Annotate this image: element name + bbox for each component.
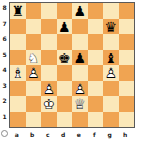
square-d6[interactable]	[57, 34, 73, 50]
square-b8[interactable]	[26, 3, 42, 19]
square-b3[interactable]	[26, 81, 42, 97]
rank-label-6: 6	[0, 33, 9, 49]
square-f8[interactable]	[88, 3, 104, 19]
file-labels: abcdefgh	[9, 131, 133, 139]
piece-white-pawn: ♙	[26, 65, 42, 81]
square-g4[interactable]: ♟♙	[103, 65, 119, 81]
square-d1[interactable]	[57, 112, 73, 128]
piece-black-rook: ♜	[10, 3, 26, 19]
square-c8[interactable]	[41, 3, 57, 19]
square-c2[interactable]: ♚♔	[41, 96, 57, 112]
square-h6[interactable]	[119, 34, 135, 50]
square-a7[interactable]	[10, 19, 26, 35]
square-d2[interactable]	[57, 96, 73, 112]
square-b5[interactable]: ♞♘	[26, 50, 42, 66]
file-label-a: a	[9, 131, 25, 139]
piece-black-pawn: ♟	[72, 3, 88, 19]
chess-board: ♜♟♟♛♞♘♚♟♝♝♗♟♙♟♙♟♙♟♙♚♔♛♕	[9, 2, 135, 128]
square-e7[interactable]	[72, 19, 88, 35]
file-label-g: g	[102, 131, 118, 139]
square-f3[interactable]	[88, 81, 104, 97]
square-h4[interactable]	[119, 65, 135, 81]
square-h8[interactable]	[119, 3, 135, 19]
square-e4[interactable]	[72, 65, 88, 81]
square-e5[interactable]: ♟	[72, 50, 88, 66]
rank-labels: 87654321	[0, 2, 9, 126]
square-d5[interactable]: ♚	[57, 50, 73, 66]
chess-diagram: 87654321 ♜♟♟♛♞♘♚♟♝♝♗♟♙♟♙♟♙♟♙♚♔♛♕ abcdefg…	[0, 0, 142, 142]
square-e6[interactable]	[72, 34, 88, 50]
square-c6[interactable]	[41, 34, 57, 50]
square-d8[interactable]	[57, 3, 73, 19]
square-h1[interactable]	[119, 112, 135, 128]
square-b4[interactable]: ♟♙	[26, 65, 42, 81]
square-c4[interactable]	[41, 65, 57, 81]
rank-label-1: 1	[0, 111, 9, 127]
rank-label-4: 4	[0, 64, 9, 80]
piece-white-king: ♔	[41, 96, 57, 112]
square-e8[interactable]: ♟	[72, 3, 88, 19]
square-b7[interactable]	[26, 19, 42, 35]
square-g1[interactable]	[103, 112, 119, 128]
square-d4[interactable]	[57, 65, 73, 81]
square-c1[interactable]	[41, 112, 57, 128]
square-g5[interactable]: ♝	[103, 50, 119, 66]
square-d7[interactable]: ♟	[57, 19, 73, 35]
square-h2[interactable]	[119, 96, 135, 112]
square-a1[interactable]	[10, 112, 26, 128]
rank-label-3: 3	[0, 80, 9, 96]
square-f5[interactable]	[88, 50, 104, 66]
rank-label-2: 2	[0, 95, 9, 111]
square-c7[interactable]	[41, 19, 57, 35]
piece-black-pawn: ♟	[72, 50, 88, 66]
square-e1[interactable]	[72, 112, 88, 128]
rank-label-5: 5	[0, 49, 9, 65]
piece-black-queen: ♛	[103, 19, 119, 35]
square-f2[interactable]	[88, 96, 104, 112]
square-g6[interactable]	[103, 34, 119, 50]
square-g8[interactable]	[103, 3, 119, 19]
square-c3[interactable]: ♟♙	[41, 81, 57, 97]
piece-black-bishop: ♝	[103, 50, 119, 66]
square-d3[interactable]	[57, 81, 73, 97]
square-a5[interactable]	[10, 50, 26, 66]
square-h7[interactable]	[119, 19, 135, 35]
rank-label-8: 8	[0, 2, 9, 18]
square-b2[interactable]	[26, 96, 42, 112]
square-h5[interactable]	[119, 50, 135, 66]
square-e2[interactable]: ♛♕	[72, 96, 88, 112]
square-f6[interactable]	[88, 34, 104, 50]
square-h3[interactable]	[119, 81, 135, 97]
file-label-c: c	[40, 131, 56, 139]
piece-white-pawn: ♙	[41, 81, 57, 97]
file-label-e: e	[71, 131, 87, 139]
square-g2[interactable]	[103, 96, 119, 112]
file-label-b: b	[25, 131, 41, 139]
square-g3[interactable]	[103, 81, 119, 97]
file-label-h: h	[118, 131, 134, 139]
square-f1[interactable]	[88, 112, 104, 128]
square-b6[interactable]	[26, 34, 42, 50]
square-f4[interactable]	[88, 65, 104, 81]
square-a8[interactable]: ♜	[10, 3, 26, 19]
square-a6[interactable]	[10, 34, 26, 50]
piece-white-pawn: ♙	[103, 65, 119, 81]
piece-white-bishop: ♗	[10, 65, 26, 81]
piece-white-queen: ♕	[72, 96, 88, 112]
square-a3[interactable]	[10, 81, 26, 97]
square-c5[interactable]	[41, 50, 57, 66]
square-b1[interactable]	[26, 112, 42, 128]
piece-white-knight: ♘	[26, 50, 42, 66]
file-label-f: f	[87, 131, 103, 139]
piece-white-pawn: ♙	[72, 81, 88, 97]
square-g7[interactable]: ♛	[103, 19, 119, 35]
piece-black-king: ♚	[57, 50, 73, 66]
square-a2[interactable]	[10, 96, 26, 112]
file-label-d: d	[56, 131, 72, 139]
square-a4[interactable]: ♝♗	[10, 65, 26, 81]
rank-label-7: 7	[0, 18, 9, 34]
square-e3[interactable]: ♟♙	[72, 81, 88, 97]
square-f7[interactable]	[88, 19, 104, 35]
piece-black-pawn: ♟	[57, 19, 73, 35]
white-to-move-indicator-icon	[1, 130, 8, 137]
